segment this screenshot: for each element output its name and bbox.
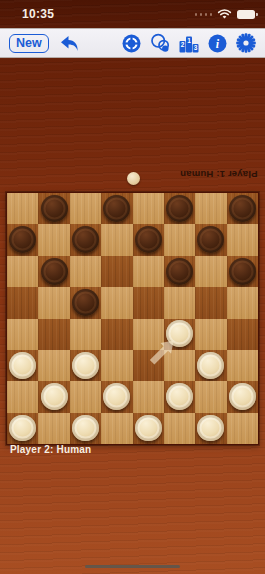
board-square-b5[interactable] xyxy=(38,287,69,318)
board-square-f6[interactable] xyxy=(164,256,195,287)
board-square-e3[interactable] xyxy=(133,350,164,381)
board-square-d7[interactable] xyxy=(101,224,132,255)
board-square-e6[interactable] xyxy=(133,256,164,287)
dark-checker-piece[interactable] xyxy=(229,195,256,222)
dark-checker-piece[interactable] xyxy=(166,195,193,222)
svg-text:3: 3 xyxy=(194,43,198,50)
board-square-a3[interactable] xyxy=(7,350,38,381)
board-square-d8[interactable] xyxy=(101,193,132,224)
board-square-h6[interactable] xyxy=(227,256,258,287)
board-square-g1[interactable] xyxy=(195,413,226,444)
light-checker-piece[interactable] xyxy=(197,352,224,379)
board-square-e7[interactable] xyxy=(133,224,164,255)
svg-text:2: 2 xyxy=(181,40,185,47)
board-square-e2[interactable] xyxy=(133,381,164,412)
dark-checker-piece[interactable] xyxy=(9,226,36,253)
board-square-f1[interactable] xyxy=(164,413,195,444)
dark-checker-piece[interactable] xyxy=(103,195,130,222)
undo-button[interactable] xyxy=(58,34,80,53)
light-checker-piece[interactable] xyxy=(103,383,130,410)
board-square-b8[interactable] xyxy=(38,193,69,224)
board-square-d2[interactable] xyxy=(101,381,132,412)
dark-checker-piece[interactable] xyxy=(229,258,256,285)
board-square-c8[interactable] xyxy=(70,193,101,224)
cellular-signal-icon xyxy=(195,13,213,16)
wifi-icon xyxy=(217,9,232,20)
board-square-f5[interactable] xyxy=(164,287,195,318)
board-square-h4[interactable] xyxy=(227,319,258,350)
board-square-g3[interactable] xyxy=(195,350,226,381)
board-square-g5[interactable] xyxy=(195,287,226,318)
board-square-e5[interactable] xyxy=(133,287,164,318)
player1-label: Player 1: Human xyxy=(180,169,257,180)
board-square-b1[interactable] xyxy=(38,413,69,444)
board-square-b6[interactable] xyxy=(38,256,69,287)
dark-checker-piece[interactable] xyxy=(166,258,193,285)
board-square-g2[interactable] xyxy=(195,381,226,412)
battery-icon xyxy=(237,10,255,19)
dark-checker-piece[interactable] xyxy=(41,195,68,222)
light-checker-piece[interactable] xyxy=(72,352,99,379)
dark-checker-piece[interactable] xyxy=(135,226,162,253)
board-square-b3[interactable] xyxy=(38,350,69,381)
board-square-c7[interactable] xyxy=(70,224,101,255)
light-checker-piece[interactable] xyxy=(135,415,162,442)
board-square-d5[interactable] xyxy=(101,287,132,318)
dark-checker-piece[interactable] xyxy=(41,258,68,285)
board-square-e1[interactable] xyxy=(133,413,164,444)
light-checker-piece[interactable] xyxy=(72,415,99,442)
dark-checker-piece[interactable] xyxy=(197,226,224,253)
board-square-a5[interactable] xyxy=(7,287,38,318)
app-screen: 10:35 New xyxy=(0,0,265,574)
board-square-h3[interactable] xyxy=(227,350,258,381)
board-square-h2[interactable] xyxy=(227,381,258,412)
toolbar: New xyxy=(0,28,265,58)
board-square-f2[interactable] xyxy=(164,381,195,412)
board-square-f3[interactable] xyxy=(164,350,195,381)
settings-gear-button[interactable] xyxy=(236,33,256,53)
board-square-a8[interactable] xyxy=(7,193,38,224)
board-square-c4[interactable] xyxy=(70,319,101,350)
dark-checker-piece[interactable] xyxy=(72,289,99,316)
board-square-d6[interactable] xyxy=(101,256,132,287)
light-checker-piece[interactable] xyxy=(229,383,256,410)
board-square-g6[interactable] xyxy=(195,256,226,287)
light-checker-piece[interactable] xyxy=(166,320,193,347)
player2-label: Player 2: Human xyxy=(10,444,91,455)
board-square-h7[interactable] xyxy=(227,224,258,255)
light-checker-piece[interactable] xyxy=(166,383,193,410)
board-square-c2[interactable] xyxy=(70,381,101,412)
board-square-e4[interactable] xyxy=(133,319,164,350)
game-center-button[interactable] xyxy=(150,33,170,53)
board-square-c5[interactable] xyxy=(70,287,101,318)
board-square-g8[interactable] xyxy=(195,193,226,224)
board-square-f7[interactable] xyxy=(164,224,195,255)
board-square-c3[interactable] xyxy=(70,350,101,381)
board-square-a6[interactable] xyxy=(7,256,38,287)
light-checker-piece[interactable] xyxy=(9,352,36,379)
board-square-d4[interactable] xyxy=(101,319,132,350)
help-lifebuoy-button[interactable] xyxy=(122,34,141,53)
board-square-g4[interactable] xyxy=(195,319,226,350)
board-square-f8[interactable] xyxy=(164,193,195,224)
board-square-h1[interactable] xyxy=(227,413,258,444)
board-square-g7[interactable] xyxy=(195,224,226,255)
board-square-d3[interactable] xyxy=(101,350,132,381)
checkers-board xyxy=(6,192,259,445)
leaderboard-button[interactable]: 2 1 3 xyxy=(179,34,199,53)
board-square-d1[interactable] xyxy=(101,413,132,444)
light-checker-piece[interactable] xyxy=(197,415,224,442)
status-bar: 10:35 xyxy=(0,0,265,28)
dark-checker-piece[interactable] xyxy=(72,226,99,253)
board-square-b2[interactable] xyxy=(38,381,69,412)
board-square-b7[interactable] xyxy=(38,224,69,255)
board-square-a2[interactable] xyxy=(7,381,38,412)
board-square-c6[interactable] xyxy=(70,256,101,287)
svg-text:1: 1 xyxy=(187,36,191,43)
board-square-a1[interactable] xyxy=(7,413,38,444)
board-square-a4[interactable] xyxy=(7,319,38,350)
light-checker-piece[interactable] xyxy=(41,383,68,410)
clock-time: 10:35 xyxy=(22,7,54,21)
board-square-c1[interactable] xyxy=(70,413,101,444)
home-indicator[interactable] xyxy=(85,565,180,569)
board-square-a7[interactable] xyxy=(7,224,38,255)
board-square-b4[interactable] xyxy=(38,319,69,350)
board-square-e8[interactable] xyxy=(133,193,164,224)
info-button[interactable]: i xyxy=(208,34,227,53)
turn-indicator-piece xyxy=(127,172,140,185)
light-checker-piece[interactable] xyxy=(9,415,36,442)
board-square-f4[interactable] xyxy=(164,319,195,350)
board-square-h5[interactable] xyxy=(227,287,258,318)
board-square-h8[interactable] xyxy=(227,193,258,224)
new-game-button[interactable]: New xyxy=(9,34,49,53)
